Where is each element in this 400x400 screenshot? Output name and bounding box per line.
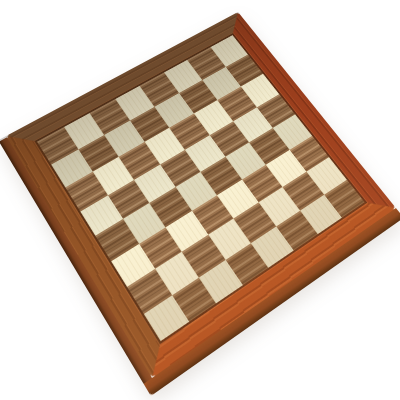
photo-background xyxy=(0,0,400,400)
checker-grid xyxy=(37,35,365,341)
chessboard xyxy=(6,12,396,378)
chessboard-photo xyxy=(0,0,400,400)
